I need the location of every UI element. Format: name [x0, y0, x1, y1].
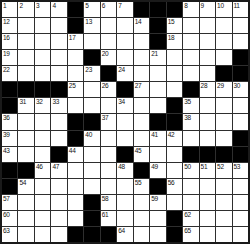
cell-r1c2[interactable]: 2: [18, 2, 33, 17]
cell-r9c12[interactable]: [183, 131, 198, 146]
cell-r9c9[interactable]: [134, 131, 149, 146]
cell-r1c1[interactable]: 1: [2, 2, 17, 17]
cell-r3c7[interactable]: [101, 34, 116, 49]
cell-r11c6[interactable]: [84, 163, 99, 178]
cell-r2c1[interactable]: 12: [2, 18, 17, 33]
cell-r14c1[interactable]: 60: [2, 211, 17, 226]
clue-number: 60: [3, 211, 10, 218]
clue-number: 54: [19, 179, 26, 186]
block-r7c1: [2, 98, 17, 113]
cell-r1c3[interactable]: 3: [35, 2, 50, 17]
cell-r2c6[interactable]: 13: [84, 18, 99, 33]
clue-number: 7: [118, 2, 121, 9]
cell-r4c7[interactable]: 20: [101, 50, 116, 65]
cell-r6c10[interactable]: [150, 82, 165, 97]
clue-number: 46: [36, 163, 43, 170]
block-r5c15: [233, 66, 248, 81]
clue-number: 5: [85, 2, 88, 9]
cell-r1c15[interactable]: 11: [233, 2, 248, 17]
cell-r13c8[interactable]: [117, 195, 132, 210]
block-r4c6: [84, 50, 99, 65]
cell-r11c4[interactable]: 47: [51, 163, 66, 178]
cell-r5c9[interactable]: [134, 66, 149, 81]
clue-number: 44: [69, 147, 76, 154]
cell-r12c15[interactable]: [233, 179, 248, 194]
clue-number: 25: [69, 82, 76, 89]
cell-r10c11[interactable]: [167, 147, 182, 162]
cell-r6c6[interactable]: [84, 82, 99, 97]
clue-number: 41: [151, 131, 158, 138]
block-r15c6: [84, 227, 99, 242]
clue-number: 30: [234, 82, 241, 89]
cell-r3c11[interactable]: 18: [167, 34, 182, 49]
block-r2c5: [68, 18, 83, 33]
cell-r10c5[interactable]: 44: [68, 147, 83, 162]
clue-number: 47: [52, 163, 59, 170]
cell-r11c12[interactable]: 50: [183, 163, 198, 178]
cell-r7c2[interactable]: 31: [18, 98, 33, 113]
clue-number: 55: [135, 179, 142, 186]
clue-number: 34: [118, 98, 125, 105]
block-r11c9: [134, 163, 149, 178]
cell-r8c1[interactable]: 36: [2, 114, 17, 129]
cell-r9c3[interactable]: [35, 131, 50, 146]
crossword-page: 1234567891011121314151617181920212223242…: [0, 0, 250, 244]
block-r8c10: [150, 114, 165, 129]
block-r12c1: [2, 179, 17, 194]
cell-r11c11[interactable]: [167, 163, 182, 178]
clue-number: 15: [168, 18, 175, 25]
cell-r2c2[interactable]: [18, 18, 33, 33]
block-r6c4: [51, 82, 66, 97]
cell-r15c15[interactable]: [233, 227, 248, 242]
block-r8c11: [167, 114, 182, 129]
cell-r1c12[interactable]: 8: [183, 2, 198, 17]
block-r7c11: [167, 98, 182, 113]
cell-r14c15[interactable]: [233, 211, 248, 226]
block-r6c12: [183, 82, 198, 97]
clue-number: 10: [217, 2, 224, 9]
block-r10c15: [233, 147, 248, 162]
cell-r13c1[interactable]: 57: [2, 195, 17, 210]
clue-number: 59: [151, 195, 158, 202]
cell-r10c2[interactable]: [18, 147, 33, 162]
cell-r12c5[interactable]: [68, 179, 83, 194]
clue-number: 29: [217, 82, 224, 89]
clue-number: 28: [201, 82, 208, 89]
block-r1c5: [68, 2, 83, 17]
cell-r2c12[interactable]: [183, 18, 198, 33]
cell-r12c14[interactable]: [216, 179, 231, 194]
clue-number: 6: [102, 2, 105, 9]
clue-number: 4: [52, 2, 55, 9]
cell-r5c8[interactable]: 24: [117, 66, 132, 81]
cell-r8c15[interactable]: [233, 114, 248, 129]
clue-number: 61: [102, 211, 109, 218]
cell-r11c8[interactable]: 48: [117, 163, 132, 178]
cell-r15c4[interactable]: [51, 227, 66, 242]
cell-r9c6[interactable]: 40: [84, 131, 99, 146]
cell-r12c6[interactable]: [84, 179, 99, 194]
cell-r7c9[interactable]: [134, 98, 149, 113]
cell-r14c2[interactable]: [18, 211, 33, 226]
cell-r15c9[interactable]: [134, 227, 149, 242]
block-r10c8: [117, 147, 132, 162]
clue-number: 52: [217, 163, 224, 170]
cell-r8c2[interactable]: [18, 114, 33, 129]
clue-number: 51: [201, 163, 208, 170]
block-r9c5: [68, 131, 83, 146]
cell-r13c4[interactable]: [51, 195, 66, 210]
clue-number: 53: [234, 163, 241, 170]
cell-r15c3[interactable]: [35, 227, 50, 242]
cell-r4c3[interactable]: [35, 50, 50, 65]
block-r10c13: [200, 147, 215, 162]
cell-r5c3[interactable]: [35, 66, 50, 81]
cell-r5c1[interactable]: 22: [2, 66, 17, 81]
cell-r3c9[interactable]: [134, 34, 149, 49]
cell-r13c5[interactable]: [68, 195, 83, 210]
clue-number: 26: [102, 82, 109, 89]
cell-r7c8[interactable]: 34: [117, 98, 132, 113]
clue-number: 43: [3, 147, 10, 154]
block-r9c15: [233, 131, 248, 146]
block-r11c1: [2, 163, 17, 178]
cell-r6c9[interactable]: 27: [134, 82, 149, 97]
cell-r8c4[interactable]: [51, 114, 66, 129]
clue-number: 45: [135, 147, 142, 154]
cell-r9c2[interactable]: [18, 131, 33, 146]
clue-number: 65: [184, 227, 191, 234]
cell-r6c15[interactable]: 30: [233, 82, 248, 97]
cell-r12c4[interactable]: [51, 179, 66, 194]
cell-r7c15[interactable]: [233, 98, 248, 113]
cell-r14c8[interactable]: [117, 211, 132, 226]
block-r8c5: [68, 114, 83, 129]
cell-r6c5[interactable]: 25: [68, 82, 83, 97]
block-r4c15: [233, 50, 248, 65]
cell-r13c9[interactable]: [134, 195, 149, 210]
clue-number: 32: [36, 98, 43, 105]
clue-number: 3: [36, 2, 39, 9]
clue-number: 1: [3, 2, 6, 9]
cell-r4c8[interactable]: [117, 50, 132, 65]
cell-r7c10[interactable]: [150, 98, 165, 113]
cell-r4c1[interactable]: 19: [2, 50, 17, 65]
clue-number: 35: [184, 98, 191, 105]
cell-r15c12[interactable]: 65: [183, 227, 198, 242]
cell-r9c8[interactable]: [117, 131, 132, 146]
clue-number: 16: [3, 34, 10, 41]
cell-r2c4[interactable]: [51, 18, 66, 33]
cell-r9c1[interactable]: 39: [2, 131, 17, 146]
cell-r15c14[interactable]: [216, 227, 231, 242]
cell-r1c6[interactable]: 5: [84, 2, 99, 17]
cell-r5c6[interactable]: 23: [84, 66, 99, 81]
clue-number: 18: [168, 34, 175, 41]
cell-r13c13[interactable]: [200, 195, 215, 210]
clue-number: 21: [151, 50, 158, 57]
cell-r13c10[interactable]: 59: [150, 195, 165, 210]
cell-r3c4[interactable]: [51, 34, 66, 49]
cell-r11c15[interactable]: 53: [233, 163, 248, 178]
clue-number: 49: [151, 163, 158, 170]
cell-r1c13[interactable]: 9: [200, 2, 215, 17]
cell-r8c12[interactable]: 38: [183, 114, 198, 129]
cell-r12c3[interactable]: [35, 179, 50, 194]
cell-r4c14[interactable]: [216, 50, 231, 65]
cell-r6c11[interactable]: [167, 82, 182, 97]
block-r12c10: [150, 179, 165, 194]
block-r6c1: [2, 82, 17, 97]
cell-r1c14[interactable]: 10: [216, 2, 231, 17]
cell-r15c10[interactable]: [150, 227, 165, 242]
cell-r2c3[interactable]: [35, 18, 50, 33]
cell-r15c1[interactable]: 63: [2, 227, 17, 242]
cell-r10c9[interactable]: 45: [134, 147, 149, 162]
cell-r7c6[interactable]: [84, 98, 99, 113]
clue-number: 31: [19, 98, 26, 105]
block-r15c7: [101, 227, 116, 242]
cell-r11c14[interactable]: 52: [216, 163, 231, 178]
cell-r1c4[interactable]: 4: [51, 2, 66, 17]
cell-r9c4[interactable]: [51, 131, 66, 146]
block-r14c6: [84, 211, 99, 226]
clue-number: 23: [85, 66, 92, 73]
block-r14c11: [167, 211, 182, 226]
cell-r2c8[interactable]: [117, 18, 132, 33]
cell-r7c7[interactable]: [101, 98, 116, 113]
cell-r6c14[interactable]: 29: [216, 82, 231, 97]
cell-r4c9[interactable]: [134, 50, 149, 65]
clue-number: 17: [69, 34, 76, 41]
cell-r9c11[interactable]: 42: [167, 131, 182, 146]
cell-r9c10[interactable]: 41: [150, 131, 165, 146]
block-r2c10: [150, 18, 165, 33]
cell-r12c11[interactable]: 56: [167, 179, 182, 194]
block-r15c5: [68, 227, 83, 242]
cell-r13c11[interactable]: [167, 195, 182, 210]
clue-number: 37: [102, 114, 109, 121]
cell-r10c1[interactable]: 43: [2, 147, 17, 162]
clue-number: 58: [102, 195, 109, 202]
cell-r7c12[interactable]: 35: [183, 98, 198, 113]
cell-r8c9[interactable]: [134, 114, 149, 129]
block-r5c7: [101, 66, 116, 81]
clue-number: 24: [118, 66, 125, 73]
clue-number: 11: [234, 2, 240, 9]
cell-r3c2[interactable]: [18, 34, 33, 49]
block-r3c10: [150, 34, 165, 49]
cell-r11c7[interactable]: [101, 163, 116, 178]
cell-r7c13[interactable]: [200, 98, 215, 113]
cell-r5c11[interactable]: [167, 66, 182, 81]
cell-r3c8[interactable]: [117, 34, 132, 49]
cell-r2c11[interactable]: 15: [167, 18, 182, 33]
clue-number: 8: [184, 2, 187, 9]
cell-r4c5[interactable]: [68, 50, 83, 65]
cell-r2c13[interactable]: [200, 18, 215, 33]
block-r10c12: [183, 147, 198, 162]
clue-number: 22: [3, 66, 10, 73]
block-r1c11: [167, 2, 182, 17]
clue-number: 14: [135, 18, 142, 25]
cell-r12c9[interactable]: 55: [134, 179, 149, 194]
cell-r10c10[interactable]: [150, 147, 165, 162]
cell-r9c7[interactable]: [101, 131, 116, 146]
block-r6c8: [117, 82, 132, 97]
cell-r14c3[interactable]: [35, 211, 50, 226]
cell-r2c14[interactable]: [216, 18, 231, 33]
clue-number: 57: [3, 195, 10, 202]
cell-r11c5[interactable]: [68, 163, 83, 178]
cell-r4c12[interactable]: [183, 50, 198, 65]
cell-r3c3[interactable]: [35, 34, 50, 49]
clue-number: 20: [102, 50, 109, 57]
cell-r2c7[interactable]: [101, 18, 116, 33]
cell-r7c4[interactable]: 33: [51, 98, 66, 113]
cell-r1c8[interactable]: 7: [117, 2, 132, 17]
cell-r14c12[interactable]: 62: [183, 211, 198, 226]
cell-r12c12[interactable]: [183, 179, 198, 194]
clue-number: 12: [3, 18, 10, 25]
cell-r3c12[interactable]: [183, 34, 198, 49]
block-r6c3: [35, 82, 50, 97]
cell-r4c10[interactable]: 21: [150, 50, 165, 65]
cell-r12c8[interactable]: [117, 179, 132, 194]
crossword-board: 1234567891011121314151617181920212223242…: [0, 0, 250, 244]
block-r5c14: [216, 66, 231, 81]
cell-r14c14[interactable]: [216, 211, 231, 226]
cell-r13c15[interactable]: [233, 195, 248, 210]
cell-r4c13[interactable]: [200, 50, 215, 65]
cell-r14c7[interactable]: 61: [101, 211, 116, 226]
clue-number: 63: [3, 227, 10, 234]
cell-r11c13[interactable]: 51: [200, 163, 215, 178]
cell-r8c3[interactable]: [35, 114, 50, 129]
cell-r9c13[interactable]: [200, 131, 215, 146]
block-r6c2: [18, 82, 33, 97]
cell-r13c12[interactable]: [183, 195, 198, 210]
cell-r13c2[interactable]: [18, 195, 33, 210]
cell-r1c7[interactable]: 6: [101, 2, 116, 17]
clue-number: 39: [3, 131, 10, 138]
clue-number: 56: [168, 179, 175, 186]
clue-number: 42: [168, 131, 175, 138]
clue-number: 38: [184, 114, 191, 121]
cell-r14c13[interactable]: [200, 211, 215, 226]
cell-r11c10[interactable]: 49: [150, 163, 165, 178]
cell-r3c13[interactable]: [200, 34, 215, 49]
cell-r2c15[interactable]: [233, 18, 248, 33]
cell-r10c3[interactable]: [35, 147, 50, 162]
cell-r13c3[interactable]: [35, 195, 50, 210]
cell-r10c7[interactable]: [101, 147, 116, 162]
cell-r14c10[interactable]: [150, 211, 165, 226]
cell-r3c1[interactable]: 16: [2, 34, 17, 49]
cell-r10c6[interactable]: [84, 147, 99, 162]
cell-r15c8[interactable]: 64: [117, 227, 132, 242]
block-r11c2: [18, 163, 33, 178]
cell-r3c15[interactable]: [233, 34, 248, 49]
cell-r5c2[interactable]: [18, 66, 33, 81]
cell-r6c7[interactable]: 26: [101, 82, 116, 97]
block-r8c6: [84, 114, 99, 129]
cell-r5c13[interactable]: [200, 66, 215, 81]
cell-r12c2[interactable]: 54: [18, 179, 33, 194]
block-r15c11: [167, 227, 182, 242]
cell-r8c7[interactable]: 37: [101, 114, 116, 129]
cell-r7c5[interactable]: [68, 98, 83, 113]
clue-number: 48: [118, 163, 125, 170]
cell-r3c5[interactable]: 17: [68, 34, 83, 49]
cell-r6c13[interactable]: 28: [200, 82, 215, 97]
cell-r12c13[interactable]: [200, 179, 215, 194]
cell-r13c7[interactable]: 58: [101, 195, 116, 210]
cell-r9c14[interactable]: [216, 131, 231, 146]
cell-r5c4[interactable]: [51, 66, 66, 81]
cell-r4c2[interactable]: [18, 50, 33, 65]
block-r1c10: [150, 2, 165, 17]
clue-number: 27: [135, 82, 142, 89]
cell-r13c14[interactable]: [216, 195, 231, 210]
clue-number: 36: [3, 114, 10, 121]
block-r10c14: [216, 147, 231, 162]
clue-number: 19: [3, 50, 10, 57]
block-r1c9: [134, 2, 149, 17]
cell-r3c14[interactable]: [216, 34, 231, 49]
cell-r7c3[interactable]: 32: [35, 98, 50, 113]
cell-r14c9[interactable]: [134, 211, 149, 226]
cell-r8c8[interactable]: [117, 114, 132, 129]
clue-number: 62: [184, 211, 191, 218]
cell-r5c5[interactable]: [68, 66, 83, 81]
cell-r14c5[interactable]: [68, 211, 83, 226]
cell-r8c13[interactable]: [200, 114, 215, 129]
cell-r15c13[interactable]: [200, 227, 215, 242]
clue-number: 9: [201, 2, 204, 9]
cell-r12c7[interactable]: [101, 179, 116, 194]
clue-number: 64: [118, 227, 125, 234]
block-r13c6: [84, 195, 99, 210]
cell-r7c14[interactable]: [216, 98, 231, 113]
clue-number: 40: [85, 131, 92, 138]
cell-r4c11[interactable]: [167, 50, 182, 65]
cell-r8c14[interactable]: [216, 114, 231, 129]
cell-r2c9[interactable]: 14: [134, 18, 149, 33]
cell-r5c12[interactable]: [183, 66, 198, 81]
clue-number: 50: [184, 163, 191, 170]
cell-r11c3[interactable]: 46: [35, 163, 50, 178]
cell-r14c4[interactable]: [51, 211, 66, 226]
clue-number: 33: [52, 98, 59, 105]
cell-r15c2[interactable]: [18, 227, 33, 242]
block-r10c4: [51, 147, 66, 162]
clue-number: 2: [19, 2, 22, 9]
cell-r4c4[interactable]: [51, 50, 66, 65]
clue-number: 13: [85, 18, 92, 25]
cell-r5c10[interactable]: [150, 66, 165, 81]
cell-r3c6[interactable]: [84, 34, 99, 49]
